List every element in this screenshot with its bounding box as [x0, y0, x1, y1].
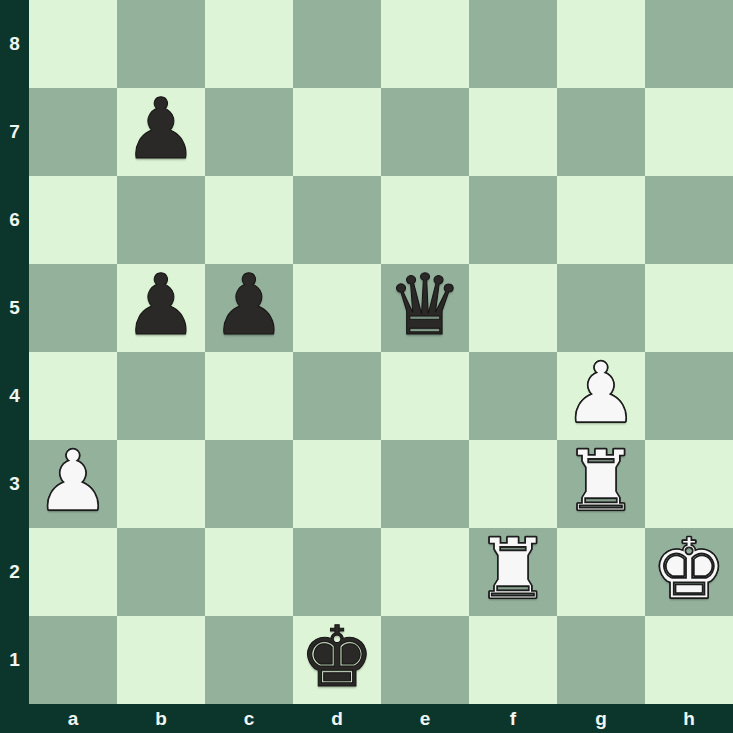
board-grid: ♟♟♟♛♟♟♜♜♚♚ — [29, 0, 733, 704]
square-h8[interactable] — [645, 0, 733, 88]
square-f6[interactable] — [469, 176, 557, 264]
square-f3[interactable] — [469, 440, 557, 528]
black-pawn[interactable]: ♟ — [123, 263, 198, 347]
white-pawn[interactable]: ♟ — [563, 351, 638, 435]
square-d6[interactable] — [293, 176, 381, 264]
square-a8[interactable] — [29, 0, 117, 88]
black-pawn[interactable]: ♟ — [123, 87, 198, 171]
square-c3[interactable] — [205, 440, 293, 528]
square-e2[interactable] — [381, 528, 469, 616]
square-a1[interactable] — [29, 616, 117, 704]
square-f7[interactable] — [469, 88, 557, 176]
square-c8[interactable] — [205, 0, 293, 88]
square-f4[interactable] — [469, 352, 557, 440]
rank-label-3: 3 — [0, 440, 29, 528]
square-e7[interactable] — [381, 88, 469, 176]
white-pawn[interactable]: ♟ — [35, 439, 110, 523]
square-c6[interactable] — [205, 176, 293, 264]
square-g3[interactable]: ♜ — [557, 440, 645, 528]
square-f5[interactable] — [469, 264, 557, 352]
rank-label-6: 6 — [0, 176, 29, 264]
square-d2[interactable] — [293, 528, 381, 616]
square-b2[interactable] — [117, 528, 205, 616]
rank-label-7: 7 — [0, 88, 29, 176]
square-f8[interactable] — [469, 0, 557, 88]
file-label-g: g — [557, 704, 645, 733]
white-king[interactable]: ♚ — [651, 527, 726, 611]
square-c5[interactable]: ♟ — [205, 264, 293, 352]
square-d3[interactable] — [293, 440, 381, 528]
square-b3[interactable] — [117, 440, 205, 528]
file-labels: abcdefgh — [29, 704, 733, 733]
square-a6[interactable] — [29, 176, 117, 264]
file-label-e: e — [381, 704, 469, 733]
square-b7[interactable]: ♟ — [117, 88, 205, 176]
square-g1[interactable] — [557, 616, 645, 704]
square-d7[interactable] — [293, 88, 381, 176]
file-label-d: d — [293, 704, 381, 733]
chess-board-frame: 87654321 ♟♟♟♛♟♟♜♜♚♚ abcdefgh — [0, 0, 733, 733]
file-label-a: a — [29, 704, 117, 733]
square-c4[interactable] — [205, 352, 293, 440]
white-rook[interactable]: ♜ — [563, 439, 638, 523]
square-g5[interactable] — [557, 264, 645, 352]
square-e6[interactable] — [381, 176, 469, 264]
square-f1[interactable] — [469, 616, 557, 704]
square-a4[interactable] — [29, 352, 117, 440]
square-g8[interactable] — [557, 0, 645, 88]
square-d1[interactable]: ♚ — [293, 616, 381, 704]
square-h3[interactable] — [645, 440, 733, 528]
black-queen[interactable]: ♛ — [387, 263, 462, 347]
square-d5[interactable] — [293, 264, 381, 352]
square-g7[interactable] — [557, 88, 645, 176]
square-g6[interactable] — [557, 176, 645, 264]
black-king[interactable]: ♚ — [299, 615, 374, 699]
rank-label-2: 2 — [0, 528, 29, 616]
white-rook[interactable]: ♜ — [475, 527, 550, 611]
square-g4[interactable]: ♟ — [557, 352, 645, 440]
square-e3[interactable] — [381, 440, 469, 528]
square-b8[interactable] — [117, 0, 205, 88]
rank-label-8: 8 — [0, 0, 29, 88]
square-c1[interactable] — [205, 616, 293, 704]
file-label-h: h — [645, 704, 733, 733]
square-a5[interactable] — [29, 264, 117, 352]
square-b4[interactable] — [117, 352, 205, 440]
square-d4[interactable] — [293, 352, 381, 440]
square-b1[interactable] — [117, 616, 205, 704]
square-h5[interactable] — [645, 264, 733, 352]
square-d8[interactable] — [293, 0, 381, 88]
file-label-c: c — [205, 704, 293, 733]
black-pawn[interactable]: ♟ — [211, 263, 286, 347]
square-e1[interactable] — [381, 616, 469, 704]
square-h4[interactable] — [645, 352, 733, 440]
board-corner — [0, 704, 29, 733]
square-e5[interactable]: ♛ — [381, 264, 469, 352]
rank-label-4: 4 — [0, 352, 29, 440]
square-h7[interactable] — [645, 88, 733, 176]
square-b5[interactable]: ♟ — [117, 264, 205, 352]
square-a2[interactable] — [29, 528, 117, 616]
rank-label-1: 1 — [0, 616, 29, 704]
square-c7[interactable] — [205, 88, 293, 176]
square-a7[interactable] — [29, 88, 117, 176]
square-b6[interactable] — [117, 176, 205, 264]
file-label-f: f — [469, 704, 557, 733]
square-a3[interactable]: ♟ — [29, 440, 117, 528]
square-h1[interactable] — [645, 616, 733, 704]
file-label-b: b — [117, 704, 205, 733]
square-c2[interactable] — [205, 528, 293, 616]
square-h2[interactable]: ♚ — [645, 528, 733, 616]
rank-label-5: 5 — [0, 264, 29, 352]
square-f2[interactable]: ♜ — [469, 528, 557, 616]
rank-labels: 87654321 — [0, 0, 29, 704]
square-h6[interactable] — [645, 176, 733, 264]
square-e8[interactable] — [381, 0, 469, 88]
square-g2[interactable] — [557, 528, 645, 616]
square-e4[interactable] — [381, 352, 469, 440]
